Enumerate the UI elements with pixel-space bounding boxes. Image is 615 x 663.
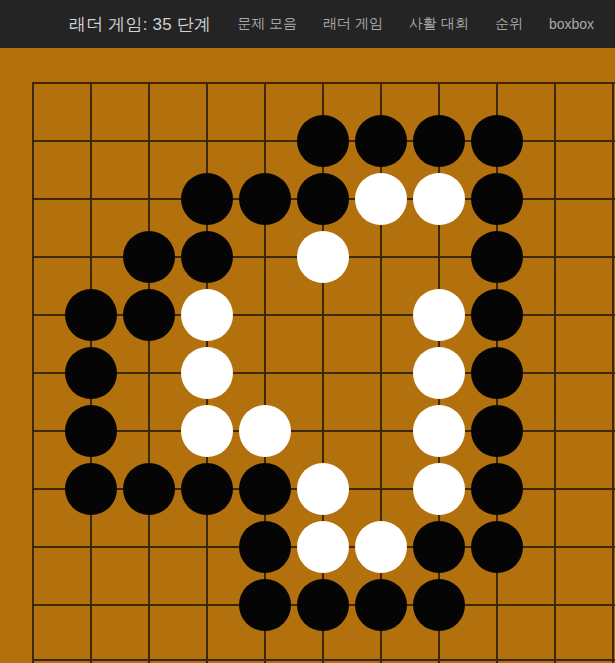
white-stone — [413, 405, 465, 457]
white-stone — [297, 521, 349, 573]
black-stone — [181, 463, 233, 515]
white-stone — [355, 173, 407, 225]
nav-item-boxbox[interactable]: boxbox — [549, 16, 594, 32]
black-stone — [471, 289, 523, 341]
black-stone — [239, 521, 291, 573]
grid-line-horizontal — [32, 430, 615, 432]
white-stone — [297, 231, 349, 283]
black-stone — [471, 405, 523, 457]
black-stone — [239, 579, 291, 631]
black-stone — [181, 231, 233, 283]
nav-item-ladder-game[interactable]: 래더 게임 — [323, 15, 383, 33]
black-stone — [413, 521, 465, 573]
white-stone — [413, 463, 465, 515]
black-stone — [123, 463, 175, 515]
black-stone — [65, 289, 117, 341]
black-stone — [413, 115, 465, 167]
white-stone — [181, 289, 233, 341]
white-stone — [413, 347, 465, 399]
grid-line-horizontal — [32, 372, 615, 374]
black-stone — [123, 231, 175, 283]
black-stone — [239, 463, 291, 515]
black-stone — [65, 347, 117, 399]
black-stone — [471, 173, 523, 225]
white-stone — [239, 405, 291, 457]
white-stone — [355, 521, 407, 573]
nav-item-life-and-death[interactable]: 사활 대회 — [409, 15, 469, 33]
black-stone — [355, 579, 407, 631]
grid-line-horizontal — [32, 314, 615, 316]
page-title: 래더 게임: 35 단계 — [69, 13, 211, 36]
black-stone — [65, 463, 117, 515]
white-stone — [413, 173, 465, 225]
black-stone — [471, 347, 523, 399]
black-stone — [123, 289, 175, 341]
white-stone — [297, 463, 349, 515]
black-stone — [471, 521, 523, 573]
grid-line-horizontal — [32, 659, 615, 661]
white-stone — [413, 289, 465, 341]
black-stone — [413, 579, 465, 631]
black-stone — [65, 405, 117, 457]
nav-item-ranking[interactable]: 순위 — [495, 15, 523, 33]
nav-item-problems[interactable]: 문제 모음 — [237, 15, 297, 33]
grid-line-horizontal — [32, 82, 615, 84]
black-stone — [471, 115, 523, 167]
white-stone — [181, 405, 233, 457]
white-stone — [181, 347, 233, 399]
top-nav: 래더 게임: 35 단계 문제 모음 래더 게임 사활 대회 순위 boxbox — [0, 0, 615, 48]
black-stone — [297, 173, 349, 225]
black-stone — [239, 173, 291, 225]
go-board[interactable] — [0, 48, 615, 663]
black-stone — [297, 579, 349, 631]
black-stone — [471, 231, 523, 283]
black-stone — [181, 173, 233, 225]
black-stone — [471, 463, 523, 515]
black-stone — [355, 115, 407, 167]
black-stone — [297, 115, 349, 167]
